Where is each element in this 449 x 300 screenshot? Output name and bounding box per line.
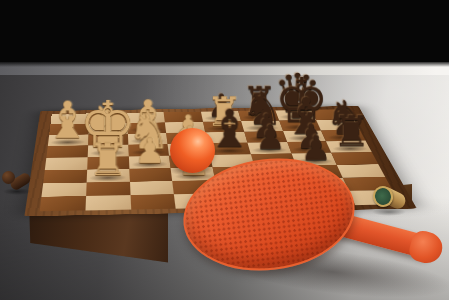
- piece-white-pawn: ♟: [134, 134, 165, 167]
- square-h4: [331, 152, 378, 165]
- square-g2: [300, 178, 349, 192]
- square-a3: [43, 169, 87, 183]
- square-g3: [296, 165, 343, 178]
- square-b3: ♜: [86, 169, 129, 183]
- piece-black-pawn: ♟: [255, 121, 285, 153]
- chess-board-frame: ♟♜♛♟♜♞♚♝♞♝♟♟♝♞♚♞♟♝♟♟♜♟♟♜♟: [24, 106, 416, 216]
- piece-black-rook: ♜: [332, 112, 369, 152]
- square-f2: [258, 178, 306, 192]
- square-d2: [172, 180, 218, 194]
- square-c3: [129, 168, 172, 182]
- chess-board-wrapper: ♟♜♛♟♜♞♚♝♞♝♟♟♝♞♚♞♟♝♟♟♜♟♟♜♟: [24, 106, 416, 216]
- square-f1: [262, 192, 311, 207]
- square-a4: [45, 157, 88, 170]
- piece-black-pawn: ♟: [300, 131, 331, 164]
- photo-scene: ♟♜♛♟♜♞♚♝♞♝♟♟♝♞♚♞♟♝♟♟♜♟♟♜♟: [0, 0, 449, 300]
- square-d1: [174, 193, 221, 208]
- square-e4: [210, 154, 254, 167]
- square-e3: [213, 166, 258, 180]
- square-g4: ♟: [291, 153, 337, 166]
- fallen-white-pawn-shadow: [372, 208, 406, 216]
- square-h3: [337, 164, 385, 177]
- square-b1: [85, 195, 130, 210]
- fallen-black-pawn-head: [2, 171, 15, 184]
- square-b2: [86, 182, 130, 196]
- square-f4: [251, 154, 296, 167]
- square-f3: [254, 166, 300, 180]
- square-c1: [130, 194, 176, 209]
- ping-pong-ball: [170, 128, 215, 173]
- square-e1: [218, 193, 266, 208]
- square-c4: ♟: [128, 156, 170, 169]
- square-a1: [40, 196, 86, 211]
- square-g1: [305, 191, 355, 206]
- fallen-black-pawn: [2, 168, 32, 196]
- table-back-edge: [0, 62, 449, 75]
- square-h5: ♜: [326, 141, 372, 153]
- piece-white-rook: ♜: [88, 139, 128, 181]
- square-e2: [215, 179, 262, 193]
- square-f5: ♟: [247, 142, 291, 154]
- square-a2: [41, 182, 86, 196]
- square-c2: [129, 181, 174, 195]
- fallen-white-pawn: [370, 184, 408, 216]
- chess-board: ♟♜♛♟♜♞♚♝♞♝♟♟♝♞♚♞♟♝♟♟♜♟♟♜♟: [40, 109, 400, 211]
